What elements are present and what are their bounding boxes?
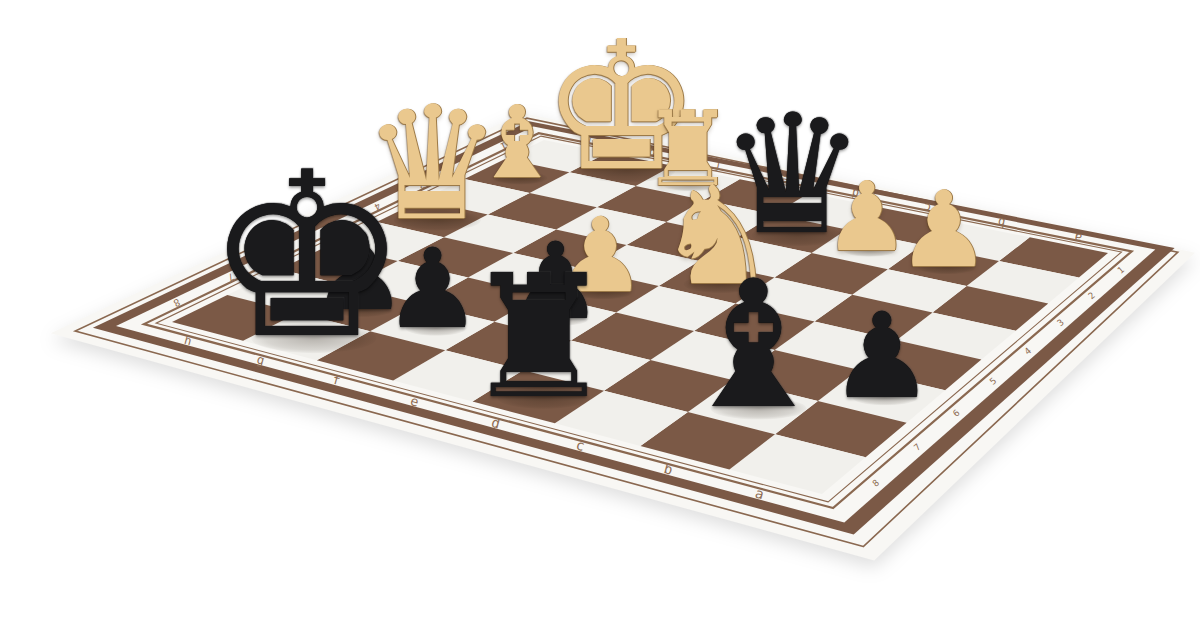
- piece-black-bishop-b7[interactable]: ♝: [674, 257, 832, 433]
- photo-canvas: aabbccddeeffgghh1122334455667788 ♚♝♜♛♛♟♟…: [0, 0, 1200, 625]
- piece-black-pawn-a6[interactable]: ♟: [829, 297, 935, 415]
- piece-black-rook-d8[interactable]: ♜: [462, 252, 614, 422]
- piece-white-pawn-b2[interactable]: ♟: [897, 178, 991, 283]
- piece-black-king-g8[interactable]: ♚: [205, 142, 409, 370]
